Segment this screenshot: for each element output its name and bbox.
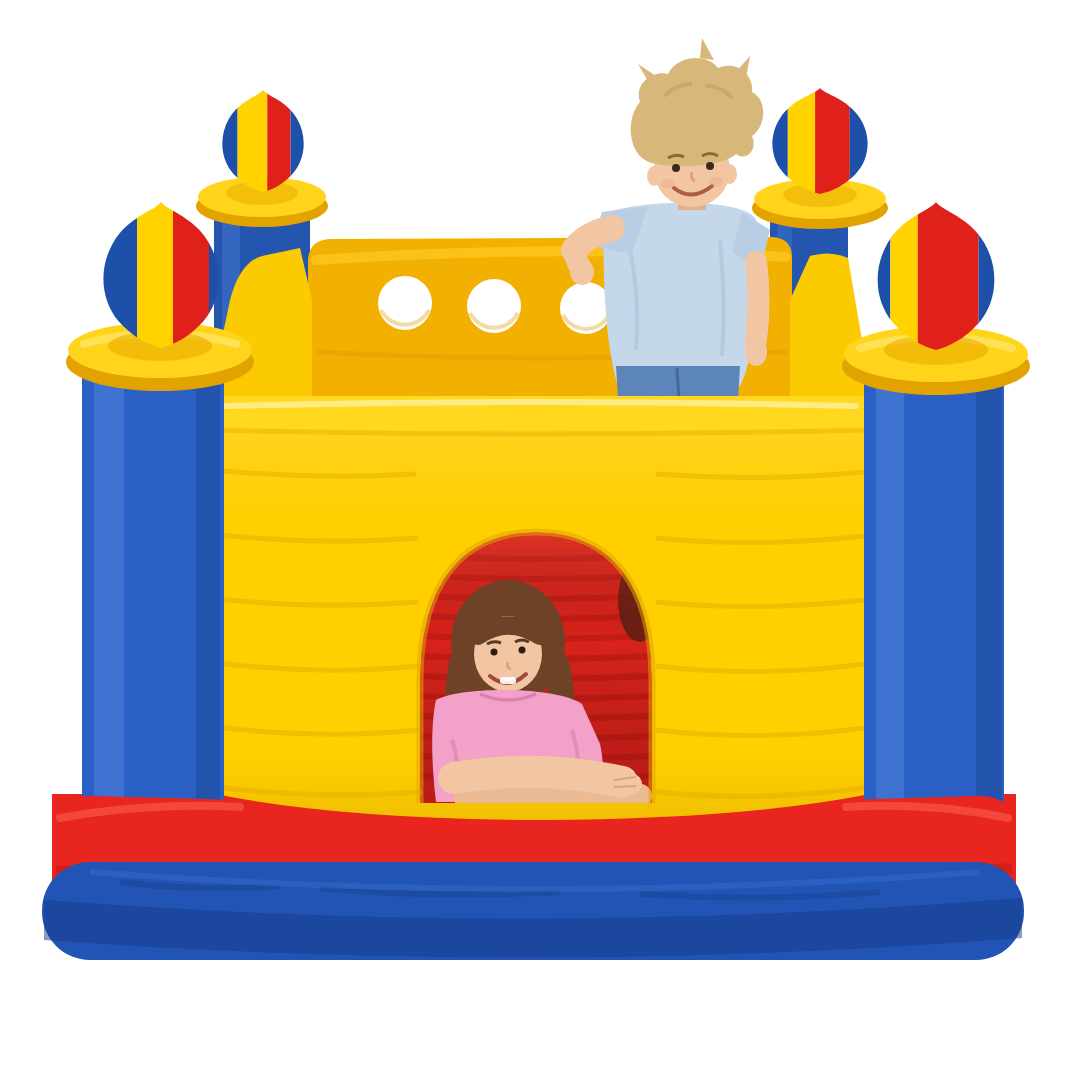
tower-front-right-highlight xyxy=(876,364,904,812)
boy-eye-right xyxy=(706,162,714,170)
bounce-castle-photo xyxy=(0,0,1070,1078)
dome-stripe xyxy=(815,88,850,194)
girl-teeth xyxy=(500,677,516,684)
peek-hole-right xyxy=(560,282,612,334)
girl-eye-right xyxy=(519,647,526,654)
peek-hole-left xyxy=(378,276,432,330)
boy-cheek xyxy=(661,179,675,189)
tower-front-right-shade xyxy=(976,364,1002,812)
boy-eye-left xyxy=(672,164,680,172)
dome-stripe xyxy=(238,90,268,192)
boy-hand-right xyxy=(570,259,594,285)
tower-front-left-highlight xyxy=(94,362,124,812)
girl-forearm-over xyxy=(454,772,622,782)
boy-forearm-left xyxy=(756,262,759,340)
peek-hole-middle xyxy=(467,279,521,333)
boy-fringe xyxy=(658,142,726,150)
boy-cheek xyxy=(709,177,723,187)
girl-hand xyxy=(610,772,642,796)
tower-front-left-shade xyxy=(196,362,220,812)
boy-hand-left xyxy=(745,338,767,366)
girl-eye-left xyxy=(491,649,498,656)
dome-stripe xyxy=(137,202,173,348)
boy-jeans-seam xyxy=(677,368,679,400)
girl-bangs xyxy=(478,626,540,637)
base-blue-ring xyxy=(42,862,1024,960)
bounce-castle-illustration xyxy=(0,0,1070,1078)
